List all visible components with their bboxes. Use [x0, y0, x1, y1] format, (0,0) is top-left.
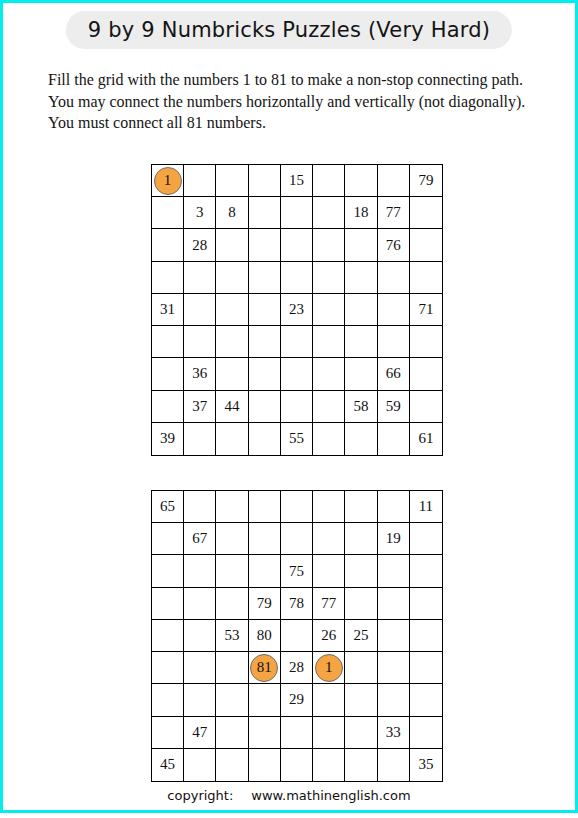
puzzle-1-cell-r3c3[interactable] [216, 229, 248, 261]
puzzle-2-cell-r8c2: 47 [184, 717, 216, 749]
puzzle-1-cell-r5c5: 23 [281, 294, 313, 326]
puzzle-2-cell-r8c3[interactable] [216, 717, 248, 749]
puzzle-2-cell-r3c4[interactable] [249, 555, 281, 587]
copyright-label: copyright: [167, 788, 233, 803]
puzzle-1-cell-r2c5[interactable] [281, 197, 313, 229]
puzzle-2-cell-r7c6[interactable] [313, 684, 345, 716]
puzzle-1-cell-r1c7[interactable] [345, 165, 377, 197]
circled-number: 81 [250, 654, 278, 682]
instructions: Fill the grid with the numbers 1 to 81 t… [48, 69, 525, 134]
puzzle-1-cell-r3c6[interactable] [313, 229, 345, 261]
circled-number: 1 [154, 167, 182, 195]
puzzle-2-cell-r8c6[interactable] [313, 717, 345, 749]
puzzle-1-cell-r7c5[interactable] [281, 358, 313, 390]
puzzle-2-cell-r5c6: 26 [313, 620, 345, 652]
instruction-line-2: You may connect the numbers horizontally… [48, 91, 525, 113]
puzzle-1-cell-r7c7[interactable] [345, 358, 377, 390]
puzzle-2-cell-r8c8: 33 [378, 717, 410, 749]
puzzle-2-cell-r6c8[interactable] [378, 652, 410, 684]
puzzle-1-cell-r7c8: 66 [378, 358, 410, 390]
puzzle-1-cell-r7c1[interactable] [152, 358, 184, 390]
puzzle-2-cell-r6c7[interactable] [345, 652, 377, 684]
puzzle-2-cell-r7c7[interactable] [345, 684, 377, 716]
puzzle-2-cell-r2c8: 19 [378, 523, 410, 555]
puzzle-1-cell-r8c7: 58 [345, 391, 377, 423]
puzzle-2-cell-r9c4[interactable] [249, 749, 281, 781]
circled-number: 1 [315, 654, 343, 682]
puzzle-2-cell-r4c5: 78 [281, 588, 313, 620]
puzzle-1-cell-r5c6[interactable] [313, 294, 345, 326]
puzzle-1-cell-r4c5[interactable] [281, 262, 313, 294]
puzzle-1-cell-r5c1: 31 [152, 294, 184, 326]
puzzle-1-cell-r8c1[interactable] [152, 391, 184, 423]
puzzle-2-cell-r9c3[interactable] [216, 749, 248, 781]
puzzle-1-cell-r9c8[interactable] [378, 423, 410, 455]
puzzle-2-cell-r9c5[interactable] [281, 749, 313, 781]
puzzle-2-cell-r4c4: 79 [249, 588, 281, 620]
puzzle-1-cell-r5c7[interactable] [345, 294, 377, 326]
puzzle-1-cell-r2c8: 77 [378, 197, 410, 229]
puzzle-1-cell-r6c7[interactable] [345, 326, 377, 358]
puzzle-2-cell-r6c1[interactable] [152, 652, 184, 684]
puzzle-2-cell-r4c2[interactable] [184, 588, 216, 620]
puzzle-1-cell-r1c5: 15 [281, 165, 313, 197]
puzzle-1-cell-r4c2[interactable] [184, 262, 216, 294]
puzzle-1-cell-r8c3: 44 [216, 391, 248, 423]
puzzle-1-cell-r6c5[interactable] [281, 326, 313, 358]
puzzle-2-cell-r8c1[interactable] [152, 717, 184, 749]
instruction-line-1: Fill the grid with the numbers 1 to 81 t… [48, 69, 525, 91]
puzzle-2-cell-r6c5: 28 [281, 652, 313, 684]
puzzle-2-cell-r2c4[interactable] [249, 523, 281, 555]
puzzle-1-cell-r4c4[interactable] [249, 262, 281, 294]
puzzle-1-cell-r9c2[interactable] [184, 423, 216, 455]
puzzle-2-cell-r5c7: 25 [345, 620, 377, 652]
puzzle-1-cell-r4c7[interactable] [345, 262, 377, 294]
puzzle-2-cell-r6c2[interactable] [184, 652, 216, 684]
puzzle-1-cell-r1c3[interactable] [216, 165, 248, 197]
puzzle-2-cell-r1c4[interactable] [249, 491, 281, 523]
puzzle-2-cell-r4c7[interactable] [345, 588, 377, 620]
puzzle-1-cell-r9c6[interactable] [313, 423, 345, 455]
puzzle-2-cell-r1c7[interactable] [345, 491, 377, 523]
puzzle-2-cell-r1c2[interactable] [184, 491, 216, 523]
puzzle-1-cell-r8c2: 37 [184, 391, 216, 423]
puzzle-2-cell-r1c6[interactable] [313, 491, 345, 523]
puzzle-1-cell-r8c9[interactable] [410, 391, 442, 423]
puzzle-1-cell-r6c6[interactable] [313, 326, 345, 358]
puzzle-1-cell-r3c2: 28 [184, 229, 216, 261]
puzzle-2-cell-r1c8[interactable] [378, 491, 410, 523]
numbricks-grid-2: 651167197579787753802625812812947334535 [151, 490, 443, 782]
instruction-line-3: You must connect all 81 numbers. [48, 112, 525, 134]
puzzle-1-cell-r9c4[interactable] [249, 423, 281, 455]
puzzle-2-cell-r7c5: 29 [281, 684, 313, 716]
website-link[interactable]: www.mathinenglish.com [251, 788, 410, 803]
puzzle-2-cell-r8c4[interactable] [249, 717, 281, 749]
puzzle-2-cell-r5c3: 53 [216, 620, 248, 652]
puzzle-2-cell-r3c9[interactable] [410, 555, 442, 587]
puzzle-2-cell-r4c3[interactable] [216, 588, 248, 620]
puzzle-2-cell-r5c1[interactable] [152, 620, 184, 652]
puzzle-1-cell-r9c9: 61 [410, 423, 442, 455]
puzzle-2-cell-r1c1: 65 [152, 491, 184, 523]
puzzle-2-cell-r6c3[interactable] [216, 652, 248, 684]
puzzle-1-cell-r5c4[interactable] [249, 294, 281, 326]
puzzle-1-cell-r1c8[interactable] [378, 165, 410, 197]
puzzle-1-cell-r6c3[interactable] [216, 326, 248, 358]
puzzle-1-cell-r6c4[interactable] [249, 326, 281, 358]
footer: copyright: www.mathinenglish.com [3, 788, 575, 803]
puzzle-2-cell-r6c9[interactable] [410, 652, 442, 684]
puzzle-2-cell-r4c9[interactable] [410, 588, 442, 620]
puzzle-2-cell-r8c5[interactable] [281, 717, 313, 749]
puzzle-1-cell-r2c4[interactable] [249, 197, 281, 229]
puzzle-1-cell-r3c7[interactable] [345, 229, 377, 261]
puzzle-1-cell-r2c9[interactable] [410, 197, 442, 229]
puzzle-2-cell-r7c2[interactable] [184, 684, 216, 716]
puzzle-2-cell-r9c1: 45 [152, 749, 184, 781]
puzzle-1-cell-r5c8[interactable] [378, 294, 410, 326]
puzzle-1-cell-r4c3[interactable] [216, 262, 248, 294]
puzzle-1-cell-r9c3[interactable] [216, 423, 248, 455]
puzzle-1-cell-r1c9: 79 [410, 165, 442, 197]
page-title: 9 by 9 Numbricks Puzzles (Very Hard) [66, 11, 512, 49]
puzzle-2-cell-r7c3[interactable] [216, 684, 248, 716]
puzzle-2-cell-r7c8[interactable] [378, 684, 410, 716]
puzzle-1-cell-r4c6[interactable] [313, 262, 345, 294]
puzzle-2-cell-r4c8[interactable] [378, 588, 410, 620]
puzzle-2-cell-r5c2[interactable] [184, 620, 216, 652]
puzzle-2-cell-r2c9[interactable] [410, 523, 442, 555]
puzzle-2-cell-r8c7[interactable] [345, 717, 377, 749]
puzzle-2-cell-r9c6[interactable] [313, 749, 345, 781]
puzzle-2-cell-r1c9: 11 [410, 491, 442, 523]
puzzle-1-cell-r4c8[interactable] [378, 262, 410, 294]
puzzle-2-cell-r5c5[interactable] [281, 620, 313, 652]
puzzle-1-cell-r7c9[interactable] [410, 358, 442, 390]
puzzle-1-cell-r3c8: 76 [378, 229, 410, 261]
puzzle-1-cell-r1c6[interactable] [313, 165, 345, 197]
puzzle-1-cell-r8c6[interactable] [313, 391, 345, 423]
puzzle-2-cell-r7c9[interactable] [410, 684, 442, 716]
puzzle-1-cell-r6c2[interactable] [184, 326, 216, 358]
puzzle-2-cell-r9c7[interactable] [345, 749, 377, 781]
puzzle-2-cell-r3c6[interactable] [313, 555, 345, 587]
puzzle-2-cell-r3c5: 75 [281, 555, 313, 587]
puzzle-1-cell-r2c1[interactable] [152, 197, 184, 229]
puzzle-1-cell-r4c9[interactable] [410, 262, 442, 294]
puzzle-2-cell-r3c7[interactable] [345, 555, 377, 587]
puzzle-2-cell-r3c1[interactable] [152, 555, 184, 587]
puzzle-2-cell-r9c2[interactable] [184, 749, 216, 781]
puzzle-2-cell-r5c4: 80 [249, 620, 281, 652]
puzzle-2-cell-r5c8[interactable] [378, 620, 410, 652]
page-frame: 9 by 9 Numbricks Puzzles (Very Hard) Fil… [0, 0, 578, 813]
puzzle-1-cell-r3c4[interactable] [249, 229, 281, 261]
puzzle-1-cell-r2c3: 8 [216, 197, 248, 229]
puzzle-1-cell-r2c7: 18 [345, 197, 377, 229]
puzzle-1-cell-r3c5[interactable] [281, 229, 313, 261]
puzzle-1-cell-r1c4[interactable] [249, 165, 281, 197]
puzzle-2-cell-r3c3[interactable] [216, 555, 248, 587]
puzzle-1-cell-r7c6[interactable] [313, 358, 345, 390]
puzzle-1-cell-r8c5[interactable] [281, 391, 313, 423]
puzzle-1-cell-r1c1: 1 [152, 165, 184, 197]
puzzle-1-cell-r6c9[interactable] [410, 326, 442, 358]
puzzle-1-cell-r1c2[interactable] [184, 165, 216, 197]
puzzle-2-cell-r6c6: 1 [313, 652, 345, 684]
puzzle-2-cell-r2c3[interactable] [216, 523, 248, 555]
puzzle-2-cell-r9c9: 35 [410, 749, 442, 781]
puzzle-2-cell-r3c8[interactable] [378, 555, 410, 587]
puzzle-1-cell-r5c2[interactable] [184, 294, 216, 326]
puzzle-1-cell-r7c4[interactable] [249, 358, 281, 390]
puzzle-1-cell-r7c2: 36 [184, 358, 216, 390]
puzzle-2-cell-r4c1[interactable] [152, 588, 184, 620]
puzzle-2-cell-r1c5[interactable] [281, 491, 313, 523]
puzzle-2-cell-r7c4[interactable] [249, 684, 281, 716]
puzzle-2-cell-r4c6: 77 [313, 588, 345, 620]
puzzle-1-cell-r3c1[interactable] [152, 229, 184, 261]
numbricks-grid-1: 115793818772876312371366637445859395561 [151, 164, 443, 456]
puzzle-2-cell-r2c1[interactable] [152, 523, 184, 555]
puzzle-1-cell-r2c6[interactable] [313, 197, 345, 229]
puzzle-2-cell-r2c2: 67 [184, 523, 216, 555]
puzzle-1-cell-r9c7[interactable] [345, 423, 377, 455]
puzzle-2-cell-r8c9[interactable] [410, 717, 442, 749]
puzzle-2-cell-r1c3[interactable] [216, 491, 248, 523]
puzzle-2-cell-r6c4: 81 [249, 652, 281, 684]
puzzle-2-cell-r2c7[interactable] [345, 523, 377, 555]
puzzle-1-cell-r2c2: 3 [184, 197, 216, 229]
puzzle-1-cell-r5c3[interactable] [216, 294, 248, 326]
puzzle-1-cell-r7c3[interactable] [216, 358, 248, 390]
puzzle-1-cell-r6c8[interactable] [378, 326, 410, 358]
puzzle-2-cell-r7c1[interactable] [152, 684, 184, 716]
puzzle-1-cell-r5c9: 71 [410, 294, 442, 326]
puzzle-1-cell-r9c5: 55 [281, 423, 313, 455]
puzzle-2-cell-r2c6[interactable] [313, 523, 345, 555]
puzzle-1-cell-r8c8: 59 [378, 391, 410, 423]
puzzle-1-cell-r9c1: 39 [152, 423, 184, 455]
puzzle-2-cell-r9c8[interactable] [378, 749, 410, 781]
puzzle-1-cell-r8c4[interactable] [249, 391, 281, 423]
puzzle-2-cell-r3c2[interactable] [184, 555, 216, 587]
puzzle-1-cell-r3c9[interactable] [410, 229, 442, 261]
puzzle-2-cell-r5c9[interactable] [410, 620, 442, 652]
puzzle-1-cell-r4c1[interactable] [152, 262, 184, 294]
puzzle-1-cell-r6c1[interactable] [152, 326, 184, 358]
puzzle-2-cell-r2c5[interactable] [281, 523, 313, 555]
